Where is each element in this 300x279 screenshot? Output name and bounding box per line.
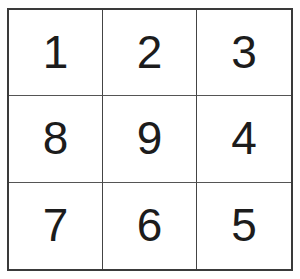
cell-value: 8 — [43, 115, 69, 161]
cell-r1c0[interactable]: 8 — [9, 96, 103, 182]
cell-value: 3 — [231, 29, 257, 75]
cell-value: 9 — [137, 115, 163, 161]
cell-r0c1[interactable]: 2 — [103, 10, 197, 96]
cell-value: 5 — [231, 202, 257, 248]
cell-value: 2 — [137, 29, 163, 75]
cell-value: 6 — [137, 202, 163, 248]
cell-r0c2[interactable]: 3 — [197, 10, 291, 96]
cell-r2c2[interactable]: 5 — [197, 183, 291, 269]
cell-r1c2[interactable]: 4 — [197, 96, 291, 182]
cell-r2c0[interactable]: 7 — [9, 183, 103, 269]
number-grid-board: 1 2 3 8 9 4 7 6 5 — [7, 8, 293, 271]
cell-value: 1 — [43, 29, 69, 75]
cell-r2c1[interactable]: 6 — [103, 183, 197, 269]
cell-r1c1[interactable]: 9 — [103, 96, 197, 182]
cell-value: 7 — [43, 202, 69, 248]
cell-value: 4 — [231, 115, 257, 161]
cell-r0c0[interactable]: 1 — [9, 10, 103, 96]
